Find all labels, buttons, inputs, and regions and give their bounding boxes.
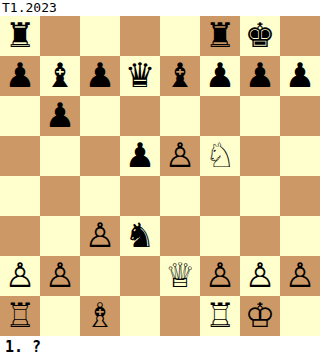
black-pawn-c7[interactable]: ♟ (85, 56, 115, 95)
square-c5[interactable] (80, 136, 120, 176)
square-h8[interactable] (280, 16, 320, 56)
square-g6[interactable] (240, 96, 280, 136)
square-g8[interactable]: ♚ (240, 16, 280, 56)
square-b3[interactable] (40, 216, 80, 256)
square-b8[interactable] (40, 16, 80, 56)
square-c6[interactable] (80, 96, 120, 136)
square-a4[interactable] (0, 176, 40, 216)
black-king-g8[interactable]: ♚ (245, 16, 275, 55)
square-d3[interactable]: ♞ (120, 216, 160, 256)
black-pawn-b6[interactable]: ♟ (45, 96, 75, 135)
white-rook-f1[interactable]: ♖ (205, 296, 235, 335)
square-f4[interactable] (200, 176, 240, 216)
square-f7[interactable]: ♟ (200, 56, 240, 96)
square-e6[interactable] (160, 96, 200, 136)
square-f2[interactable]: ♙ (200, 256, 240, 296)
square-e4[interactable] (160, 176, 200, 216)
square-f1[interactable]: ♖ (200, 296, 240, 336)
white-pawn-c3[interactable]: ♙ (85, 216, 115, 255)
square-d8[interactable] (120, 16, 160, 56)
square-a8[interactable]: ♜ (0, 16, 40, 56)
black-rook-a8[interactable]: ♜ (5, 16, 35, 55)
square-g2[interactable]: ♙ (240, 256, 280, 296)
white-pawn-h2[interactable]: ♙ (285, 256, 315, 295)
black-pawn-d5[interactable]: ♟ (125, 136, 155, 175)
square-h2[interactable]: ♙ (280, 256, 320, 296)
puzzle-title: T1.2023 (0, 0, 320, 16)
black-rook-f8[interactable]: ♜ (205, 16, 235, 55)
chess-board: ♜♜♚♟♝♟♛♝♟♟♟♟♟♙♘♙♞♙♙♕♙♙♙♖♗♖♔ (0, 16, 320, 336)
square-d4[interactable] (120, 176, 160, 216)
square-c7[interactable]: ♟ (80, 56, 120, 96)
square-c1[interactable]: ♗ (80, 296, 120, 336)
square-h4[interactable] (280, 176, 320, 216)
square-b5[interactable] (40, 136, 80, 176)
white-pawn-b2[interactable]: ♙ (45, 256, 75, 295)
white-king-g1[interactable]: ♔ (245, 296, 275, 335)
square-e1[interactable] (160, 296, 200, 336)
square-e5[interactable]: ♙ (160, 136, 200, 176)
square-b4[interactable] (40, 176, 80, 216)
square-c2[interactable] (80, 256, 120, 296)
white-rook-a1[interactable]: ♖ (5, 296, 35, 335)
square-d6[interactable] (120, 96, 160, 136)
white-queen-e2[interactable]: ♕ (165, 256, 195, 295)
square-g7[interactable]: ♟ (240, 56, 280, 96)
black-pawn-g7[interactable]: ♟ (245, 56, 275, 95)
black-pawn-a7[interactable]: ♟ (5, 56, 35, 95)
square-a2[interactable]: ♙ (0, 256, 40, 296)
move-prompt: 1. ? (0, 336, 320, 360)
square-c4[interactable] (80, 176, 120, 216)
square-f3[interactable] (200, 216, 240, 256)
white-pawn-g2[interactable]: ♙ (245, 256, 275, 295)
square-b6[interactable]: ♟ (40, 96, 80, 136)
black-knight-d3[interactable]: ♞ (125, 216, 155, 255)
white-bishop-c1[interactable]: ♗ (85, 296, 115, 335)
black-pawn-f7[interactable]: ♟ (205, 56, 235, 95)
square-g5[interactable] (240, 136, 280, 176)
square-a7[interactable]: ♟ (0, 56, 40, 96)
white-pawn-a2[interactable]: ♙ (5, 256, 35, 295)
black-queen-d7[interactable]: ♛ (125, 56, 155, 95)
white-knight-f5[interactable]: ♘ (205, 136, 235, 175)
black-bishop-b7[interactable]: ♝ (45, 56, 75, 95)
square-b1[interactable] (40, 296, 80, 336)
square-d7[interactable]: ♛ (120, 56, 160, 96)
square-a5[interactable] (0, 136, 40, 176)
square-h5[interactable] (280, 136, 320, 176)
square-c8[interactable] (80, 16, 120, 56)
square-e2[interactable]: ♕ (160, 256, 200, 296)
square-b2[interactable]: ♙ (40, 256, 80, 296)
square-d5[interactable]: ♟ (120, 136, 160, 176)
square-g1[interactable]: ♔ (240, 296, 280, 336)
square-a6[interactable] (0, 96, 40, 136)
square-e8[interactable] (160, 16, 200, 56)
square-h3[interactable] (280, 216, 320, 256)
square-h1[interactable] (280, 296, 320, 336)
square-e7[interactable]: ♝ (160, 56, 200, 96)
square-d2[interactable] (120, 256, 160, 296)
square-f8[interactable]: ♜ (200, 16, 240, 56)
square-a1[interactable]: ♖ (0, 296, 40, 336)
square-f6[interactable] (200, 96, 240, 136)
square-a3[interactable] (0, 216, 40, 256)
square-g4[interactable] (240, 176, 280, 216)
square-f5[interactable]: ♘ (200, 136, 240, 176)
square-g3[interactable] (240, 216, 280, 256)
square-c3[interactable]: ♙ (80, 216, 120, 256)
white-pawn-e5[interactable]: ♙ (165, 136, 195, 175)
square-e3[interactable] (160, 216, 200, 256)
square-d1[interactable] (120, 296, 160, 336)
black-bishop-e7[interactable]: ♝ (165, 56, 195, 95)
chess-puzzle-page: T1.2023 ♜♜♚♟♝♟♛♝♟♟♟♟♟♙♘♙♞♙♙♕♙♙♙♖♗♖♔ 1. ? (0, 0, 320, 360)
black-pawn-h7[interactable]: ♟ (285, 56, 315, 95)
white-pawn-f2[interactable]: ♙ (205, 256, 235, 295)
square-h7[interactable]: ♟ (280, 56, 320, 96)
square-b7[interactable]: ♝ (40, 56, 80, 96)
square-h6[interactable] (280, 96, 320, 136)
